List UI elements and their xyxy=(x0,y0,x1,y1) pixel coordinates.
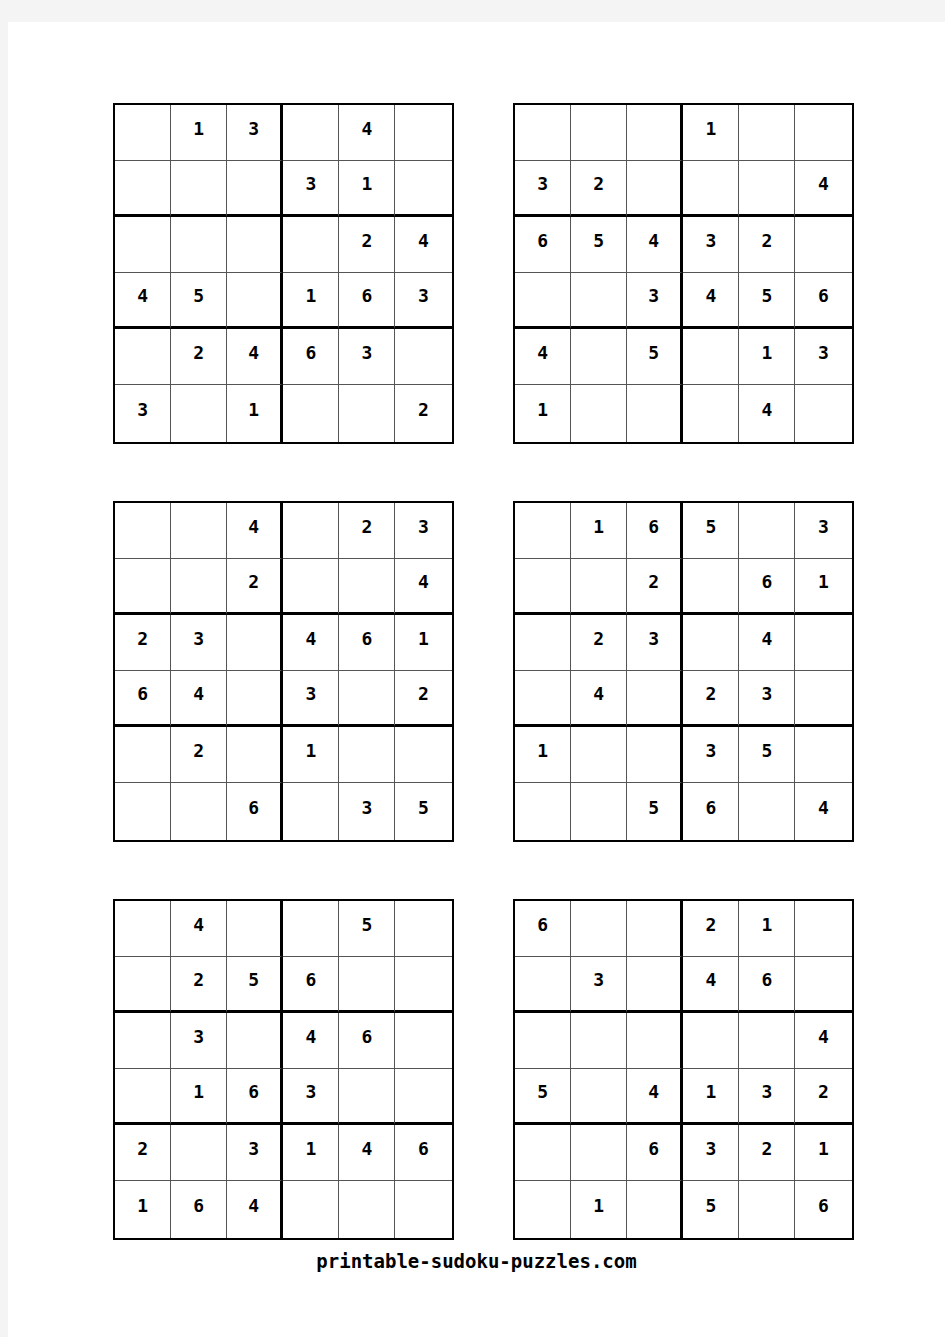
given-digit: 3 xyxy=(418,516,429,537)
cell-r3c3 xyxy=(227,1013,283,1069)
cell-r6c3: 4 xyxy=(227,1181,283,1237)
cell-r2c1 xyxy=(515,957,571,1013)
cell-r4c6 xyxy=(795,671,851,727)
cell-r3c5: 2 xyxy=(339,217,395,273)
cell-r3c1 xyxy=(515,1013,571,1069)
cell-r4c4: 1 xyxy=(683,1069,739,1125)
given-digit: 3 xyxy=(193,1026,204,1047)
given-digit: 4 xyxy=(418,571,429,592)
given-digit: 3 xyxy=(248,1138,259,1159)
given-digit: 5 xyxy=(537,1081,548,1102)
cell-r5c5: 2 xyxy=(739,1125,795,1181)
given-digit: 6 xyxy=(705,797,716,818)
given-digit: 2 xyxy=(705,914,716,935)
given-digit: 3 xyxy=(648,628,659,649)
cell-r2c5 xyxy=(739,161,795,217)
given-digit: 6 xyxy=(305,342,316,363)
cell-r5c4: 3 xyxy=(683,727,739,783)
cell-r3c1 xyxy=(515,615,571,671)
cell-r4c1 xyxy=(515,671,571,727)
cell-r4c2: 4 xyxy=(571,671,627,727)
cell-r6c5 xyxy=(339,1181,395,1237)
cell-r6c3: 6 xyxy=(227,783,283,839)
sudoku-grid-5: 4525634616323146164 xyxy=(113,899,454,1240)
cell-r5c5: 4 xyxy=(339,1125,395,1181)
given-digit: 3 xyxy=(762,683,773,704)
cell-r4c3 xyxy=(227,671,283,727)
given-digit: 4 xyxy=(648,1081,659,1102)
given-digit: 3 xyxy=(762,1081,773,1102)
cell-r2c5 xyxy=(339,957,395,1013)
given-digit: 4 xyxy=(818,1026,829,1047)
given-digit: 3 xyxy=(818,516,829,537)
cell-r5c1: 4 xyxy=(515,329,571,385)
given-digit: 6 xyxy=(362,628,373,649)
cell-r3c5: 6 xyxy=(339,615,395,671)
cell-r6c4: 5 xyxy=(683,1181,739,1237)
cell-r6c6: 5 xyxy=(395,783,451,839)
given-digit: 2 xyxy=(818,1081,829,1102)
cell-r6c4 xyxy=(283,385,339,441)
given-digit: 1 xyxy=(305,1138,316,1159)
cell-r4c4: 1 xyxy=(283,273,339,329)
cell-r3c3 xyxy=(227,615,283,671)
cell-r1c5: 4 xyxy=(339,105,395,161)
cell-r6c4: 6 xyxy=(683,783,739,839)
cell-r4c3 xyxy=(627,671,683,727)
cell-r6c5 xyxy=(339,385,395,441)
cell-r5c1 xyxy=(115,727,171,783)
given-digit: 4 xyxy=(305,628,316,649)
given-digit: 6 xyxy=(362,1026,373,1047)
cell-r1c6 xyxy=(795,901,851,957)
cell-r2c2: 3 xyxy=(571,957,627,1013)
cell-r6c3: 1 xyxy=(227,385,283,441)
cell-r3c5 xyxy=(739,1013,795,1069)
cell-r3c2: 3 xyxy=(171,615,227,671)
cell-r4c3: 4 xyxy=(627,1069,683,1125)
cell-r1c1 xyxy=(115,105,171,161)
given-digit: 4 xyxy=(248,342,259,363)
cell-r6c1 xyxy=(515,1181,571,1237)
cell-r2c6 xyxy=(395,161,451,217)
cell-r4c5: 6 xyxy=(339,273,395,329)
cell-r6c5: 4 xyxy=(739,385,795,441)
given-digit: 4 xyxy=(362,1138,373,1159)
cell-r3c4: 3 xyxy=(683,217,739,273)
cell-r2c4 xyxy=(683,161,739,217)
cell-r3c6: 1 xyxy=(395,615,451,671)
cell-r4c1 xyxy=(115,1069,171,1125)
given-digit: 6 xyxy=(305,969,316,990)
given-digit: 4 xyxy=(248,1195,259,1216)
cell-r1c1 xyxy=(515,503,571,559)
given-digit: 4 xyxy=(648,230,659,251)
cell-r3c1 xyxy=(115,217,171,273)
cell-r2c4 xyxy=(283,559,339,615)
cell-r6c6: 4 xyxy=(795,783,851,839)
given-digit: 2 xyxy=(362,516,373,537)
cell-r3c4: 4 xyxy=(283,615,339,671)
cell-r5c5: 1 xyxy=(739,329,795,385)
cell-r6c6: 2 xyxy=(395,385,451,441)
given-digit: 2 xyxy=(762,1138,773,1159)
cell-r3c1 xyxy=(115,1013,171,1069)
cell-r3c6: 4 xyxy=(395,217,451,273)
cell-r3c6: 4 xyxy=(795,1013,851,1069)
cell-r6c2 xyxy=(171,783,227,839)
given-digit: 2 xyxy=(248,571,259,592)
given-digit: 1 xyxy=(818,1138,829,1159)
given-digit: 6 xyxy=(762,571,773,592)
cell-r3c4 xyxy=(683,1013,739,1069)
cell-r2c4: 6 xyxy=(283,957,339,1013)
cell-r1c3: 3 xyxy=(227,105,283,161)
cell-r3c5: 6 xyxy=(339,1013,395,1069)
given-digit: 5 xyxy=(418,797,429,818)
cell-r3c2: 2 xyxy=(571,615,627,671)
cell-r4c3 xyxy=(227,273,283,329)
cell-r5c6 xyxy=(395,727,451,783)
cell-r5c1 xyxy=(115,329,171,385)
given-digit: 4 xyxy=(818,797,829,818)
cell-r4c4: 4 xyxy=(683,273,739,329)
cell-r3c4: 4 xyxy=(283,1013,339,1069)
given-digit: 1 xyxy=(137,1195,148,1216)
cell-r2c4: 4 xyxy=(683,957,739,1013)
cell-r5c4: 3 xyxy=(683,1125,739,1181)
given-digit: 2 xyxy=(137,1138,148,1159)
cell-r1c6 xyxy=(395,105,451,161)
given-digit: 6 xyxy=(362,285,373,306)
given-digit: 2 xyxy=(418,683,429,704)
given-digit: 4 xyxy=(537,342,548,363)
cell-r6c6: 6 xyxy=(795,1181,851,1237)
cell-r5c2: 2 xyxy=(171,727,227,783)
cell-r2c3: 2 xyxy=(227,559,283,615)
cell-r4c5: 3 xyxy=(739,1069,795,1125)
cell-r3c2 xyxy=(571,1013,627,1069)
given-digit: 4 xyxy=(362,118,373,139)
given-digit: 1 xyxy=(593,1195,604,1216)
cell-r1c5 xyxy=(739,105,795,161)
cell-r4c1: 6 xyxy=(115,671,171,727)
given-digit: 3 xyxy=(818,342,829,363)
given-digit: 5 xyxy=(762,285,773,306)
cell-r5c5: 5 xyxy=(739,727,795,783)
given-digit: 1 xyxy=(818,571,829,592)
cell-r1c2 xyxy=(171,503,227,559)
cell-r1c4 xyxy=(283,105,339,161)
cell-r5c6 xyxy=(795,727,851,783)
given-digit: 2 xyxy=(593,628,604,649)
cell-r3c5: 2 xyxy=(739,217,795,273)
cell-r2c2: 2 xyxy=(171,957,227,1013)
cell-r6c2 xyxy=(571,385,627,441)
cell-r1c1 xyxy=(115,901,171,957)
cell-r4c4: 3 xyxy=(283,1069,339,1125)
given-digit: 4 xyxy=(193,683,204,704)
cell-r1c4 xyxy=(283,901,339,957)
cell-r6c2: 1 xyxy=(571,1181,627,1237)
cell-r2c1 xyxy=(115,559,171,615)
given-digit: 4 xyxy=(418,230,429,251)
cell-r4c6: 2 xyxy=(395,671,451,727)
given-digit: 3 xyxy=(305,173,316,194)
cell-r1c2: 1 xyxy=(571,503,627,559)
site-name: printable-sudoku-puzzles.com xyxy=(8,1250,945,1272)
cell-r5c2 xyxy=(571,727,627,783)
cell-r4c4: 3 xyxy=(283,671,339,727)
cell-r4c3: 6 xyxy=(227,1069,283,1125)
given-digit: 3 xyxy=(137,399,148,420)
given-digit: 3 xyxy=(705,1138,716,1159)
given-digit: 4 xyxy=(193,914,204,935)
cell-r2c6: 1 xyxy=(795,559,851,615)
given-digit: 3 xyxy=(193,628,204,649)
given-digit: 1 xyxy=(193,1081,204,1102)
given-digit: 6 xyxy=(648,1138,659,1159)
cell-r4c2 xyxy=(571,1069,627,1125)
given-digit: 1 xyxy=(248,399,259,420)
cell-r6c3 xyxy=(627,1181,683,1237)
given-digit: 3 xyxy=(537,173,548,194)
given-digit: 6 xyxy=(818,1195,829,1216)
given-digit: 2 xyxy=(362,230,373,251)
cell-r2c1 xyxy=(515,559,571,615)
given-digit: 1 xyxy=(193,118,204,139)
cell-r3c2 xyxy=(171,217,227,273)
given-digit: 3 xyxy=(648,285,659,306)
cell-r4c2: 5 xyxy=(171,273,227,329)
cell-r1c3 xyxy=(627,105,683,161)
cell-r4c6: 3 xyxy=(395,273,451,329)
cell-r3c3: 3 xyxy=(627,615,683,671)
given-digit: 5 xyxy=(248,969,259,990)
cell-r1c3 xyxy=(227,901,283,957)
given-digit: 2 xyxy=(193,969,204,990)
cell-r6c1 xyxy=(515,783,571,839)
cell-r1c3: 4 xyxy=(227,503,283,559)
given-digit: 3 xyxy=(248,118,259,139)
cell-r5c4 xyxy=(683,329,739,385)
cell-r6c3 xyxy=(627,385,683,441)
cell-r3c6 xyxy=(795,217,851,273)
given-digit: 3 xyxy=(362,797,373,818)
given-digit: 4 xyxy=(762,399,773,420)
cell-r1c6: 3 xyxy=(395,503,451,559)
given-digit: 2 xyxy=(137,628,148,649)
cell-r3c3: 4 xyxy=(627,217,683,273)
cell-r5c4: 1 xyxy=(283,727,339,783)
cell-r4c6 xyxy=(395,1069,451,1125)
given-digit: 5 xyxy=(193,285,204,306)
given-digit: 5 xyxy=(705,1195,716,1216)
given-digit: 2 xyxy=(648,571,659,592)
given-digit: 1 xyxy=(305,285,316,306)
cell-r5c3 xyxy=(627,727,683,783)
cell-r3c3 xyxy=(627,1013,683,1069)
cell-r2c4 xyxy=(683,559,739,615)
cell-r5c2 xyxy=(571,329,627,385)
given-digit: 5 xyxy=(648,342,659,363)
given-digit: 6 xyxy=(537,230,548,251)
cell-r4c1 xyxy=(515,273,571,329)
cell-r1c3 xyxy=(627,901,683,957)
given-digit: 6 xyxy=(418,1138,429,1159)
given-digit: 6 xyxy=(818,285,829,306)
cell-r2c5: 6 xyxy=(739,559,795,615)
given-digit: 1 xyxy=(418,628,429,649)
cell-r5c1: 2 xyxy=(115,1125,171,1181)
cell-r4c5 xyxy=(339,671,395,727)
cell-r3c1: 6 xyxy=(515,217,571,273)
cell-r6c1 xyxy=(115,783,171,839)
given-digit: 6 xyxy=(137,683,148,704)
given-digit: 5 xyxy=(593,230,604,251)
given-digit: 1 xyxy=(305,740,316,761)
cell-r3c6 xyxy=(795,615,851,671)
cell-r5c2: 2 xyxy=(171,329,227,385)
cell-r2c5 xyxy=(339,559,395,615)
given-digit: 3 xyxy=(418,285,429,306)
cell-r2c5: 1 xyxy=(339,161,395,217)
cell-r2c2 xyxy=(571,559,627,615)
given-digit: 3 xyxy=(705,740,716,761)
cell-r4c5: 5 xyxy=(739,273,795,329)
cell-r4c5 xyxy=(339,1069,395,1125)
cell-r5c6: 3 xyxy=(795,329,851,385)
cell-r4c2: 1 xyxy=(171,1069,227,1125)
given-digit: 2 xyxy=(193,342,204,363)
given-digit: 2 xyxy=(762,230,773,251)
given-digit: 6 xyxy=(648,516,659,537)
given-digit: 3 xyxy=(305,683,316,704)
cell-r2c2 xyxy=(171,559,227,615)
cell-r6c6 xyxy=(395,1181,451,1237)
given-digit: 5 xyxy=(648,797,659,818)
cell-r5c6: 1 xyxy=(795,1125,851,1181)
cell-r1c2 xyxy=(571,105,627,161)
cell-r1c5: 2 xyxy=(339,503,395,559)
cell-r1c4: 1 xyxy=(683,105,739,161)
cell-r2c6: 4 xyxy=(395,559,451,615)
printable-sheet: 1343124451632463312 1324654323456451314 … xyxy=(8,22,945,1337)
given-digit: 1 xyxy=(362,173,373,194)
cell-r5c6: 6 xyxy=(395,1125,451,1181)
cell-r5c2 xyxy=(171,1125,227,1181)
cell-r3c6 xyxy=(395,1013,451,1069)
cell-r1c2: 4 xyxy=(171,901,227,957)
cell-r1c2 xyxy=(571,901,627,957)
given-digit: 6 xyxy=(762,969,773,990)
sudoku-grid-2: 1324654323456451314 xyxy=(513,103,854,444)
cell-r3c4 xyxy=(683,615,739,671)
cell-r3c4 xyxy=(283,217,339,273)
cell-r5c1 xyxy=(515,1125,571,1181)
cell-r6c1: 3 xyxy=(115,385,171,441)
cell-r1c3: 6 xyxy=(627,503,683,559)
cell-r6c5 xyxy=(739,1181,795,1237)
cell-r1c2: 1 xyxy=(171,105,227,161)
cell-r6c4 xyxy=(683,385,739,441)
cell-r6c4 xyxy=(283,783,339,839)
cell-r2c2 xyxy=(171,161,227,217)
given-digit: 3 xyxy=(305,1081,316,1102)
given-digit: 4 xyxy=(705,969,716,990)
cell-r2c3 xyxy=(627,161,683,217)
cell-r1c4: 2 xyxy=(683,901,739,957)
given-digit: 2 xyxy=(418,399,429,420)
cell-r2c6 xyxy=(795,957,851,1013)
given-digit: 6 xyxy=(248,1081,259,1102)
given-digit: 1 xyxy=(762,914,773,935)
cell-r4c2: 4 xyxy=(171,671,227,727)
cell-r3c1: 2 xyxy=(115,615,171,671)
given-digit: 1 xyxy=(537,399,548,420)
cell-r1c5 xyxy=(739,503,795,559)
cell-r1c6 xyxy=(795,105,851,161)
cell-r2c5: 6 xyxy=(739,957,795,1013)
cell-r5c5 xyxy=(339,727,395,783)
given-digit: 3 xyxy=(705,230,716,251)
cell-r4c3: 3 xyxy=(627,273,683,329)
given-digit: 3 xyxy=(362,342,373,363)
cell-r1c4: 5 xyxy=(683,503,739,559)
given-digit: 4 xyxy=(818,173,829,194)
given-digit: 1 xyxy=(705,118,716,139)
cell-r6c3: 5 xyxy=(627,783,683,839)
given-digit: 5 xyxy=(762,740,773,761)
cell-r1c6: 3 xyxy=(795,503,851,559)
cell-r6c4 xyxy=(283,1181,339,1237)
given-digit: 6 xyxy=(537,914,548,935)
cell-r5c4: 6 xyxy=(283,329,339,385)
cell-r2c1 xyxy=(115,161,171,217)
given-digit: 6 xyxy=(248,797,259,818)
cell-r6c2 xyxy=(571,783,627,839)
cell-r5c3: 6 xyxy=(627,1125,683,1181)
cell-r6c5: 3 xyxy=(339,783,395,839)
cell-r2c6: 4 xyxy=(795,161,851,217)
cell-r1c1 xyxy=(515,105,571,161)
sudoku-grid-1: 1343124451632463312 xyxy=(113,103,454,444)
cell-r1c1: 6 xyxy=(515,901,571,957)
cell-r5c4: 1 xyxy=(283,1125,339,1181)
cell-r6c2 xyxy=(171,385,227,441)
cell-r5c1: 1 xyxy=(515,727,571,783)
cell-r6c6 xyxy=(795,385,851,441)
given-digit: 5 xyxy=(362,914,373,935)
cell-r4c4: 2 xyxy=(683,671,739,727)
cell-r4c6: 6 xyxy=(795,273,851,329)
cell-r1c4 xyxy=(283,503,339,559)
given-digit: 6 xyxy=(193,1195,204,1216)
cell-r2c1 xyxy=(115,957,171,1013)
given-digit: 4 xyxy=(248,516,259,537)
given-digit: 3 xyxy=(593,969,604,990)
given-digit: 1 xyxy=(537,740,548,761)
cell-r1c5: 1 xyxy=(739,901,795,957)
cell-r2c3: 2 xyxy=(627,559,683,615)
cell-r5c3: 4 xyxy=(227,329,283,385)
cell-r4c6: 2 xyxy=(795,1069,851,1125)
cell-r5c5: 3 xyxy=(339,329,395,385)
cell-r4c1: 5 xyxy=(515,1069,571,1125)
cell-r1c6 xyxy=(395,901,451,957)
cell-r2c1: 3 xyxy=(515,161,571,217)
given-digit: 4 xyxy=(705,285,716,306)
